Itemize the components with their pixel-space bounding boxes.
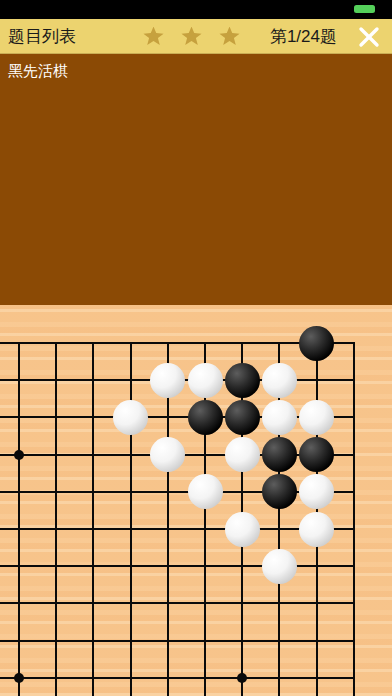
white-stone [225, 512, 260, 547]
problem-list-button[interactable]: 题目列表 [8, 25, 76, 48]
white-stone [299, 474, 334, 509]
star-point [14, 450, 24, 460]
black-stone [299, 326, 334, 361]
white-stone [188, 363, 223, 398]
white-stone [299, 400, 334, 435]
black-stone [225, 363, 260, 398]
battery-icon [354, 5, 375, 13]
white-stone [150, 437, 185, 472]
problem-panel: 黑先活棋 [0, 54, 392, 305]
problem-instruction: 黑先活棋 [8, 62, 68, 81]
grid-line-h [0, 640, 355, 642]
white-stone [225, 437, 260, 472]
x-close-icon [356, 24, 382, 50]
white-stone [262, 400, 297, 435]
star-point [237, 673, 247, 683]
problem-progress-label: 第1/24题 [270, 19, 337, 54]
grid-line-v [55, 342, 57, 696]
grid-line-h [0, 677, 355, 679]
grid-line-v [18, 342, 20, 696]
go-board[interactable] [0, 305, 392, 696]
star-icon [219, 27, 240, 47]
star-icon [143, 27, 164, 47]
difficulty-stars [143, 19, 240, 54]
black-stone [299, 437, 334, 472]
grid-line-h [0, 602, 355, 604]
grid-line-v [130, 342, 132, 696]
white-stone [299, 512, 334, 547]
grid-line-v [92, 342, 94, 696]
white-stone [262, 363, 297, 398]
white-stone [262, 549, 297, 584]
star-icon [181, 27, 202, 47]
app-window: 题目列表 第1/24题 黑先活棋 [0, 0, 392, 696]
star-point [14, 673, 24, 683]
white-stone [113, 400, 148, 435]
status-bar [0, 0, 392, 19]
nav-bar: 题目列表 第1/24题 [0, 19, 392, 54]
white-stone [150, 363, 185, 398]
black-stone [225, 400, 260, 435]
black-stone [262, 474, 297, 509]
close-button[interactable] [356, 24, 382, 50]
grid-line-h [0, 565, 355, 567]
grid-line-v [353, 342, 355, 696]
white-stone [188, 474, 223, 509]
black-stone [188, 400, 223, 435]
black-stone [262, 437, 297, 472]
